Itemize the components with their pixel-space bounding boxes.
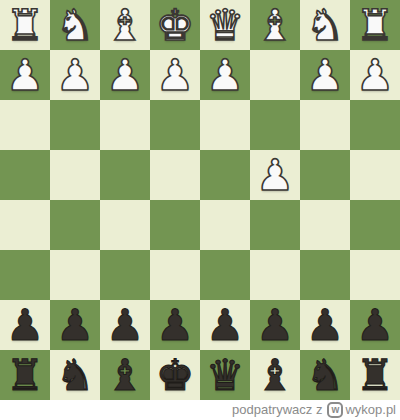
square-e7[interactable]: ♟ xyxy=(150,300,200,350)
square-g6[interactable] xyxy=(50,250,100,300)
square-e1[interactable]: ♚ xyxy=(150,0,200,50)
square-d7[interactable]: ♟ xyxy=(200,300,250,350)
square-b4[interactable] xyxy=(300,150,350,200)
square-b2[interactable]: ♟ xyxy=(300,50,350,100)
square-b6[interactable] xyxy=(300,250,350,300)
square-h8[interactable]: ♜ xyxy=(0,350,50,400)
square-g8[interactable]: ♞ xyxy=(50,350,100,400)
square-h4[interactable] xyxy=(0,150,50,200)
square-h7[interactable]: ♟ xyxy=(0,300,50,350)
square-f5[interactable] xyxy=(100,200,150,250)
piece-black-knight[interactable]: ♞ xyxy=(306,350,345,400)
square-f1[interactable]: ♝ xyxy=(100,0,150,50)
square-c1[interactable]: ♝ xyxy=(250,0,300,50)
piece-white-pawn[interactable]: ♟ xyxy=(56,50,95,100)
square-d3[interactable] xyxy=(200,100,250,150)
screenshot-root: ♜♞♝♚♛♝♞♜♟♟♟♟♟♟♟♟♟♟♟♟♟♟♟♟♜♞♝♚♛♝♞♜ podpatr… xyxy=(0,0,400,420)
piece-black-pawn[interactable]: ♟ xyxy=(156,300,195,350)
square-b7[interactable]: ♟ xyxy=(300,300,350,350)
piece-black-rook[interactable]: ♜ xyxy=(356,350,395,400)
square-e8[interactable]: ♚ xyxy=(150,350,200,400)
square-c2[interactable] xyxy=(250,50,300,100)
square-h5[interactable] xyxy=(0,200,50,250)
square-h2[interactable]: ♟ xyxy=(0,50,50,100)
piece-white-knight[interactable]: ♞ xyxy=(306,0,345,50)
square-b1[interactable]: ♞ xyxy=(300,0,350,50)
piece-white-pawn[interactable]: ♟ xyxy=(256,150,295,200)
piece-black-rook[interactable]: ♜ xyxy=(6,350,45,400)
square-h3[interactable] xyxy=(0,100,50,150)
square-c8[interactable]: ♝ xyxy=(250,350,300,400)
square-d6[interactable] xyxy=(200,250,250,300)
square-c3[interactable] xyxy=(250,100,300,150)
piece-black-king[interactable]: ♚ xyxy=(156,350,195,400)
piece-black-bishop[interactable]: ♝ xyxy=(106,350,145,400)
square-f4[interactable] xyxy=(100,150,150,200)
watermark-bar: podpatrywacz z w wykop.pl xyxy=(0,400,400,420)
wykop-brand: w wykop.pl xyxy=(327,400,396,420)
square-a3[interactable] xyxy=(350,100,400,150)
piece-black-pawn[interactable]: ♟ xyxy=(6,300,45,350)
square-f6[interactable] xyxy=(100,250,150,300)
wykop-logo-icon: w xyxy=(327,402,343,418)
square-d2[interactable]: ♟ xyxy=(200,50,250,100)
square-f7[interactable]: ♟ xyxy=(100,300,150,350)
square-g5[interactable] xyxy=(50,200,100,250)
square-a4[interactable] xyxy=(350,150,400,200)
square-c6[interactable] xyxy=(250,250,300,300)
square-e2[interactable]: ♟ xyxy=(150,50,200,100)
piece-white-pawn[interactable]: ♟ xyxy=(206,50,245,100)
square-g4[interactable] xyxy=(50,150,100,200)
square-g2[interactable]: ♟ xyxy=(50,50,100,100)
square-b5[interactable] xyxy=(300,200,350,250)
piece-white-king[interactable]: ♚ xyxy=(156,0,195,50)
piece-black-pawn[interactable]: ♟ xyxy=(56,300,95,350)
square-a7[interactable]: ♟ xyxy=(350,300,400,350)
piece-white-rook[interactable]: ♜ xyxy=(356,0,395,50)
square-f3[interactable] xyxy=(100,100,150,150)
piece-black-bishop[interactable]: ♝ xyxy=(256,350,295,400)
square-a2[interactable]: ♟ xyxy=(350,50,400,100)
square-g7[interactable]: ♟ xyxy=(50,300,100,350)
piece-black-pawn[interactable]: ♟ xyxy=(106,300,145,350)
square-e4[interactable] xyxy=(150,150,200,200)
wykop-logo-letter: w xyxy=(332,405,340,415)
square-c7[interactable]: ♟ xyxy=(250,300,300,350)
square-a1[interactable]: ♜ xyxy=(350,0,400,50)
square-g1[interactable]: ♞ xyxy=(50,0,100,50)
piece-white-queen[interactable]: ♛ xyxy=(206,0,245,50)
piece-white-pawn[interactable]: ♟ xyxy=(156,50,195,100)
piece-white-pawn[interactable]: ♟ xyxy=(356,50,395,100)
piece-white-pawn[interactable]: ♟ xyxy=(306,50,345,100)
piece-white-bishop[interactable]: ♝ xyxy=(106,0,145,50)
piece-white-pawn[interactable]: ♟ xyxy=(6,50,45,100)
square-h6[interactable] xyxy=(0,250,50,300)
piece-black-pawn[interactable]: ♟ xyxy=(306,300,345,350)
square-a5[interactable] xyxy=(350,200,400,250)
square-h1[interactable]: ♜ xyxy=(0,0,50,50)
square-f8[interactable]: ♝ xyxy=(100,350,150,400)
piece-black-pawn[interactable]: ♟ xyxy=(206,300,245,350)
piece-black-queen[interactable]: ♛ xyxy=(206,350,245,400)
watermark-brand-text: wykop.pl xyxy=(345,400,396,420)
square-a6[interactable] xyxy=(350,250,400,300)
piece-white-bishop[interactable]: ♝ xyxy=(256,0,295,50)
piece-black-pawn[interactable]: ♟ xyxy=(356,300,395,350)
square-e3[interactable] xyxy=(150,100,200,150)
square-f2[interactable]: ♟ xyxy=(100,50,150,100)
square-b3[interactable] xyxy=(300,100,350,150)
piece-black-pawn[interactable]: ♟ xyxy=(256,300,295,350)
chess-board: ♜♞♝♚♛♝♞♜♟♟♟♟♟♟♟♟♟♟♟♟♟♟♟♟♜♞♝♚♛♝♞♜ xyxy=(0,0,400,400)
square-d1[interactable]: ♛ xyxy=(200,0,250,50)
square-e6[interactable] xyxy=(150,250,200,300)
square-b8[interactable]: ♞ xyxy=(300,350,350,400)
piece-white-knight[interactable]: ♞ xyxy=(56,0,95,50)
piece-white-rook[interactable]: ♜ xyxy=(6,0,45,50)
piece-white-pawn[interactable]: ♟ xyxy=(106,50,145,100)
piece-black-knight[interactable]: ♞ xyxy=(56,350,95,400)
square-c5[interactable] xyxy=(250,200,300,250)
watermark-text: podpatrywacz z xyxy=(232,400,322,420)
square-d5[interactable] xyxy=(200,200,250,250)
square-d4[interactable] xyxy=(200,150,250,200)
square-a8[interactable]: ♜ xyxy=(350,350,400,400)
square-e5[interactable] xyxy=(150,200,200,250)
square-g3[interactable] xyxy=(50,100,100,150)
square-d8[interactable]: ♛ xyxy=(200,350,250,400)
square-c4[interactable]: ♟ xyxy=(250,150,300,200)
